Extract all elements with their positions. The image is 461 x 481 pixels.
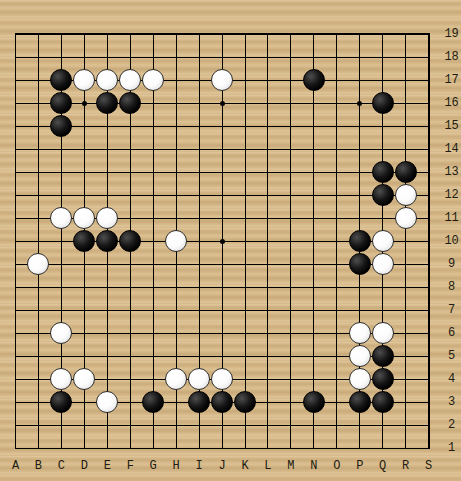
column-label-N: N (306, 460, 322, 472)
star-point (82, 101, 87, 106)
column-label-Q: Q (375, 460, 391, 472)
white-stone (395, 207, 417, 229)
black-stone (349, 253, 371, 275)
column-label-I: I (191, 460, 207, 472)
row-label-8: 8 (444, 281, 460, 293)
go-board-screenshot: ABCDEFGHIJKLMNOPQRS 19181716151413121110… (0, 0, 461, 481)
column-label-L: L (260, 460, 276, 472)
black-stone (188, 391, 210, 413)
row-label-17: 17 (444, 74, 460, 86)
black-stone (372, 368, 394, 390)
white-stone (165, 230, 187, 252)
black-stone (349, 230, 371, 252)
black-stone (372, 92, 394, 114)
row-label-16: 16 (444, 97, 460, 109)
column-label-R: R (398, 460, 414, 472)
black-stone (372, 345, 394, 367)
column-label-D: D (76, 460, 92, 472)
row-label-15: 15 (444, 120, 460, 132)
black-stone (372, 184, 394, 206)
row-label-14: 14 (444, 143, 460, 155)
star-point (220, 101, 225, 106)
column-label-A: A (8, 460, 24, 472)
black-stone (395, 161, 417, 183)
star-point (357, 101, 362, 106)
column-label-E: E (99, 460, 115, 472)
column-label-G: G (145, 460, 161, 472)
column-label-S: S (421, 460, 437, 472)
white-stone (395, 184, 417, 206)
column-label-C: C (53, 460, 69, 472)
column-label-O: O (329, 460, 345, 472)
column-label-P: P (352, 460, 368, 472)
column-label-J: J (214, 460, 230, 472)
row-label-18: 18 (444, 51, 460, 63)
white-stone (372, 253, 394, 275)
white-stone (349, 345, 371, 367)
column-label-B: B (30, 460, 46, 472)
black-stone (234, 391, 256, 413)
star-point (220, 239, 225, 244)
column-label-M: M (283, 460, 299, 472)
row-label-4: 4 (444, 373, 460, 385)
column-label-F: F (122, 460, 138, 472)
row-label-19: 19 (444, 28, 460, 40)
white-stone (372, 230, 394, 252)
black-stone (372, 391, 394, 413)
black-stone (211, 391, 233, 413)
black-stone (303, 391, 325, 413)
row-label-7: 7 (444, 304, 460, 316)
row-label-1: 1 (444, 442, 460, 454)
black-stone (303, 69, 325, 91)
white-stone (349, 368, 371, 390)
row-label-13: 13 (444, 166, 460, 178)
row-label-6: 6 (444, 327, 460, 339)
column-label-K: K (237, 460, 253, 472)
white-stone (188, 368, 210, 390)
row-label-10: 10 (444, 235, 460, 247)
row-label-12: 12 (444, 189, 460, 201)
column-label-H: H (168, 460, 184, 472)
white-stone (165, 368, 187, 390)
row-label-5: 5 (444, 350, 460, 362)
row-label-3: 3 (444, 396, 460, 408)
white-stone (349, 322, 371, 344)
black-stone (372, 161, 394, 183)
row-label-9: 9 (444, 258, 460, 270)
row-label-2: 2 (444, 419, 460, 431)
white-stone (211, 69, 233, 91)
white-stone (372, 322, 394, 344)
white-stone (211, 368, 233, 390)
black-stone (349, 391, 371, 413)
row-label-11: 11 (444, 212, 460, 224)
